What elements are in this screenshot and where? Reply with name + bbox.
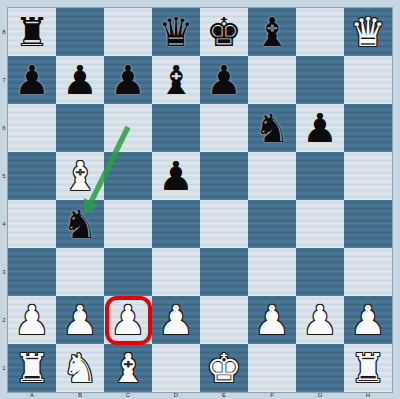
square-a4[interactable] — [8, 200, 56, 248]
piece-white-pawn-b2[interactable]: ♟ — [56, 296, 104, 344]
square-d6[interactable] — [152, 104, 200, 152]
piece-black-pawn-g6[interactable]: ♟ — [296, 104, 344, 152]
square-b3[interactable] — [56, 248, 104, 296]
square-a2[interactable]: ♟ — [8, 296, 56, 344]
square-g8[interactable] — [296, 8, 344, 56]
square-e5[interactable] — [200, 152, 248, 200]
piece-black-pawn-a7[interactable]: ♟ — [8, 56, 56, 104]
square-h6[interactable] — [344, 104, 392, 152]
square-d3[interactable] — [152, 248, 200, 296]
square-c6[interactable] — [104, 104, 152, 152]
square-e6[interactable] — [200, 104, 248, 152]
square-a3[interactable] — [8, 248, 56, 296]
square-d1[interactable] — [152, 344, 200, 392]
square-b4[interactable]: ♞ — [56, 200, 104, 248]
piece-black-pawn-d5[interactable]: ♟ — [152, 152, 200, 200]
piece-black-queen-d8[interactable]: ♛ — [152, 8, 200, 56]
square-d7[interactable]: ♝ — [152, 56, 200, 104]
square-a1[interactable]: ♜ — [8, 344, 56, 392]
square-b7[interactable]: ♟ — [56, 56, 104, 104]
square-e3[interactable] — [200, 248, 248, 296]
square-b2[interactable]: ♟ — [56, 296, 104, 344]
piece-white-bishop-c1[interactable]: ♝ — [104, 344, 152, 392]
square-f4[interactable] — [248, 200, 296, 248]
square-b8[interactable] — [56, 8, 104, 56]
square-c5[interactable] — [104, 152, 152, 200]
piece-black-rook-a8[interactable]: ♜ — [8, 8, 56, 56]
file-label-g: G — [296, 392, 344, 399]
square-c7[interactable]: ♟ — [104, 56, 152, 104]
square-d4[interactable] — [152, 200, 200, 248]
square-b6[interactable] — [56, 104, 104, 152]
rank-label-7: 7 — [0, 76, 8, 84]
piece-black-pawn-c7[interactable]: ♟ — [104, 56, 152, 104]
square-g4[interactable] — [296, 200, 344, 248]
square-a8[interactable]: ♜ — [8, 8, 56, 56]
square-h1[interactable]: ♜ — [344, 344, 392, 392]
rank-label-4: 4 — [0, 220, 8, 228]
rank-label-6: 6 — [0, 124, 8, 132]
piece-white-pawn-d2[interactable]: ♟ — [152, 296, 200, 344]
rank-label-3: 3 — [0, 268, 8, 276]
square-f7[interactable] — [248, 56, 296, 104]
file-label-f: F — [248, 392, 296, 399]
piece-white-pawn-g2[interactable]: ♟ — [296, 296, 344, 344]
piece-white-rook-h1[interactable]: ♜ — [344, 344, 392, 392]
piece-white-pawn-a2[interactable]: ♟ — [8, 296, 56, 344]
square-e8[interactable]: ♚ — [200, 8, 248, 56]
square-h5[interactable] — [344, 152, 392, 200]
rank-label-1: 1 — [0, 364, 8, 372]
file-label-b: B — [56, 392, 104, 399]
square-c2[interactable]: ♟ — [104, 296, 152, 344]
square-h3[interactable] — [344, 248, 392, 296]
square-h2[interactable]: ♟ — [344, 296, 392, 344]
square-f5[interactable] — [248, 152, 296, 200]
square-g6[interactable]: ♟ — [296, 104, 344, 152]
square-a7[interactable]: ♟ — [8, 56, 56, 104]
chess-board: ♜♛♚♝♛♟♟♟♝♟♞♟♝♟♞♟♟♟♟♟♟♟♜♞♝♚♜ — [8, 8, 392, 392]
square-g7[interactable] — [296, 56, 344, 104]
square-f1[interactable] — [248, 344, 296, 392]
square-c3[interactable] — [104, 248, 152, 296]
square-e1[interactable]: ♚ — [200, 344, 248, 392]
square-e7[interactable]: ♟ — [200, 56, 248, 104]
rank-label-2: 2 — [0, 316, 8, 324]
square-c1[interactable]: ♝ — [104, 344, 152, 392]
square-a5[interactable] — [8, 152, 56, 200]
piece-black-bishop-f8[interactable]: ♝ — [248, 8, 296, 56]
piece-white-pawn-h2[interactable]: ♟ — [344, 296, 392, 344]
square-f8[interactable]: ♝ — [248, 8, 296, 56]
piece-white-knight-b1[interactable]: ♞ — [56, 344, 104, 392]
square-b1[interactable]: ♞ — [56, 344, 104, 392]
piece-white-king-e1[interactable]: ♚ — [200, 344, 248, 392]
square-c8[interactable] — [104, 8, 152, 56]
square-g3[interactable] — [296, 248, 344, 296]
file-label-h: H — [344, 392, 392, 399]
square-d8[interactable]: ♛ — [152, 8, 200, 56]
square-c4[interactable] — [104, 200, 152, 248]
square-f3[interactable] — [248, 248, 296, 296]
piece-black-knight-b4[interactable]: ♞ — [56, 200, 104, 248]
piece-black-pawn-e7[interactable]: ♟ — [200, 56, 248, 104]
piece-white-bishop-b5[interactable]: ♝ — [56, 152, 104, 200]
square-e4[interactable] — [200, 200, 248, 248]
piece-white-pawn-c2[interactable]: ♟ — [104, 296, 152, 344]
square-h8[interactable]: ♛ — [344, 8, 392, 56]
piece-black-bishop-d7[interactable]: ♝ — [152, 56, 200, 104]
piece-white-pawn-f2[interactable]: ♟ — [248, 296, 296, 344]
rank-label-5: 5 — [0, 172, 8, 180]
square-d2[interactable]: ♟ — [152, 296, 200, 344]
file-label-c: C — [104, 392, 152, 399]
piece-black-king-e8[interactable]: ♚ — [200, 8, 248, 56]
file-label-e: E — [200, 392, 248, 399]
file-label-a: A — [8, 392, 56, 399]
square-a6[interactable] — [8, 104, 56, 152]
square-h4[interactable] — [344, 200, 392, 248]
square-f6[interactable]: ♞ — [248, 104, 296, 152]
square-g1[interactable] — [296, 344, 344, 392]
square-b5[interactable]: ♝ — [56, 152, 104, 200]
rank-label-8: 8 — [0, 28, 8, 36]
file-label-d: D — [152, 392, 200, 399]
piece-black-pawn-b7[interactable]: ♟ — [56, 56, 104, 104]
square-g2[interactable]: ♟ — [296, 296, 344, 344]
square-d5[interactable]: ♟ — [152, 152, 200, 200]
square-g5[interactable] — [296, 152, 344, 200]
piece-white-queen-h8[interactable]: ♛ — [344, 8, 392, 56]
square-h7[interactable] — [344, 56, 392, 104]
piece-black-knight-f6[interactable]: ♞ — [248, 104, 296, 152]
square-e2[interactable] — [200, 296, 248, 344]
chess-board-frame: ♜♛♚♝♛♟♟♟♝♟♞♟♝♟♞♟♟♟♟♟♟♟♜♞♝♚♜ 87654321 ABC… — [0, 0, 400, 399]
square-f2[interactable]: ♟ — [248, 296, 296, 344]
piece-white-rook-a1[interactable]: ♜ — [8, 344, 56, 392]
